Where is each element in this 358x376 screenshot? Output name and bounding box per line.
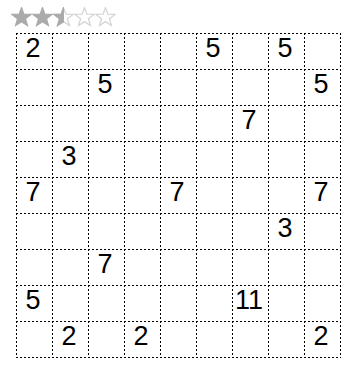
grid-cell[interactable] (52, 249, 88, 285)
grid-cell[interactable] (52, 285, 88, 321)
clue-number: 5 (97, 71, 112, 98)
grid-cell[interactable] (124, 105, 160, 141)
grid-cell[interactable]: 7 (232, 105, 268, 141)
star-shape (95, 7, 116, 28)
grid-cell[interactable] (160, 249, 196, 285)
grid-cell[interactable] (160, 69, 196, 105)
grid-cell[interactable] (88, 321, 124, 357)
grid-cell[interactable] (196, 321, 232, 357)
grid-cell[interactable] (52, 177, 88, 213)
grid-cell[interactable] (16, 141, 52, 177)
grid-cell[interactable] (124, 177, 160, 213)
grid-cell[interactable] (232, 213, 268, 249)
grid-cell[interactable]: 5 (268, 33, 304, 69)
clue-number: 5 (205, 35, 220, 62)
grid-cell[interactable] (304, 213, 340, 249)
grid-cell[interactable] (88, 177, 124, 213)
grid-cell[interactable]: 3 (52, 141, 88, 177)
grid-cell[interactable] (160, 141, 196, 177)
puzzle-board: 255557377737511222 (16, 33, 341, 358)
grid-cell[interactable] (196, 249, 232, 285)
grid-cell[interactable] (268, 249, 304, 285)
clue-number: 2 (313, 323, 328, 350)
star-icon (32, 7, 53, 28)
grid-cell[interactable] (196, 285, 232, 321)
grid-cell[interactable] (52, 33, 88, 69)
grid-cell[interactable] (52, 69, 88, 105)
clue-number: 7 (25, 179, 40, 206)
grid-cell[interactable]: 2 (124, 321, 160, 357)
grid-cell[interactable] (160, 321, 196, 357)
grid-cell[interactable] (16, 249, 52, 285)
half-star-fill (53, 7, 64, 28)
grid-cell[interactable] (232, 141, 268, 177)
grid-cell[interactable] (268, 69, 304, 105)
grid-cell[interactable]: 5 (16, 285, 52, 321)
grid-cell[interactable] (268, 285, 304, 321)
grid-cell[interactable] (232, 321, 268, 357)
grid-cell[interactable] (88, 33, 124, 69)
clue-number: 3 (277, 215, 292, 242)
grid-cell[interactable] (52, 213, 88, 249)
clue-number: 11 (235, 287, 263, 314)
clue-number: 5 (25, 287, 40, 314)
clue-number: 5 (313, 71, 328, 98)
grid-cell[interactable] (88, 285, 124, 321)
grid-cell[interactable] (16, 321, 52, 357)
grid-cell[interactable] (232, 177, 268, 213)
grid-cell[interactable] (268, 177, 304, 213)
clue-number: 5 (277, 35, 292, 62)
grid-cell[interactable] (304, 33, 340, 69)
grid-cell[interactable] (124, 33, 160, 69)
star-icon (74, 7, 95, 28)
clue-number: 7 (241, 107, 256, 134)
grid-cell[interactable] (124, 249, 160, 285)
clue-number: 7 (313, 179, 328, 206)
grid-cell[interactable] (124, 213, 160, 249)
grid-cell[interactable] (232, 249, 268, 285)
grid-cell[interactable] (268, 141, 304, 177)
puzzle-image: 255557377737511222 (0, 0, 358, 376)
star-icon (53, 7, 74, 28)
grid-cell[interactable] (268, 105, 304, 141)
clue-number: 7 (169, 179, 184, 206)
puzzle-grid: 255557377737511222 (16, 33, 340, 357)
star-shape (74, 7, 95, 28)
grid-cell[interactable] (304, 285, 340, 321)
grid-cell[interactable] (232, 69, 268, 105)
star-icon (95, 7, 116, 28)
grid-cell[interactable] (160, 33, 196, 69)
grid-cell[interactable] (196, 177, 232, 213)
grid-cell[interactable]: 7 (16, 177, 52, 213)
star-shape (11, 7, 32, 28)
grid-cell[interactable] (88, 213, 124, 249)
clue-number: 3 (61, 143, 76, 170)
grid-cell[interactable]: 2 (16, 33, 52, 69)
grid-cell[interactable]: 2 (52, 321, 88, 357)
grid-cell[interactable]: 11 (232, 285, 268, 321)
grid-cell[interactable] (196, 213, 232, 249)
clue-number: 2 (61, 323, 76, 350)
grid-cell[interactable]: 3 (268, 213, 304, 249)
grid-cell[interactable] (160, 213, 196, 249)
grid-cell[interactable] (124, 141, 160, 177)
grid-cell[interactable] (160, 285, 196, 321)
grid-cell[interactable] (88, 141, 124, 177)
grid-cell[interactable] (16, 105, 52, 141)
grid-cell[interactable]: 7 (88, 249, 124, 285)
grid-cell[interactable] (196, 69, 232, 105)
grid-cell[interactable] (16, 213, 52, 249)
grid-cell[interactable] (52, 105, 88, 141)
star-shape (32, 7, 53, 28)
grid-cell[interactable] (304, 141, 340, 177)
grid-cell[interactable] (304, 249, 340, 285)
star-icon (11, 7, 32, 28)
clue-number: 2 (25, 35, 40, 62)
grid-cell[interactable] (268, 321, 304, 357)
grid-cell[interactable]: 7 (160, 177, 196, 213)
grid-cell[interactable]: 5 (196, 33, 232, 69)
grid-cell[interactable] (232, 33, 268, 69)
grid-cell[interactable] (88, 105, 124, 141)
clue-number: 7 (97, 251, 112, 278)
grid-cell[interactable]: 5 (88, 69, 124, 105)
grid-cell[interactable]: 2 (304, 321, 340, 357)
clue-number: 2 (133, 323, 148, 350)
grid-cell[interactable]: 5 (304, 69, 340, 105)
grid-cell[interactable] (304, 105, 340, 141)
grid-cell[interactable] (124, 285, 160, 321)
grid-cell[interactable] (124, 69, 160, 105)
grid-cell[interactable] (196, 141, 232, 177)
grid-cell[interactable] (16, 69, 52, 105)
grid-cell[interactable] (196, 105, 232, 141)
grid-cell[interactable]: 7 (304, 177, 340, 213)
difficulty-rating (11, 7, 116, 28)
grid-cell[interactable] (160, 105, 196, 141)
